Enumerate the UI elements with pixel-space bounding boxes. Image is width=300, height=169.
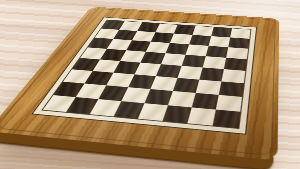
chess-board-grid [41,20,251,129]
square-r7-c7[interactable] [213,110,241,128]
square-r7-c6[interactable] [187,107,215,125]
photo-scene [0,0,300,169]
